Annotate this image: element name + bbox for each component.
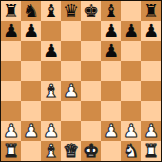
piece-white-bishop[interactable]: ♝ [43, 81, 59, 101]
piece-black-pawn[interactable]: ♟ [43, 41, 59, 61]
square-h2[interactable]: ♟ [141, 121, 161, 141]
square-e7[interactable] [81, 21, 101, 41]
square-c7[interactable] [41, 21, 61, 41]
square-e1[interactable]: ♚ [81, 141, 101, 161]
square-d8[interactable]: ♛ [61, 1, 81, 21]
square-h3[interactable] [141, 101, 161, 121]
square-h8[interactable]: ♜ [141, 1, 161, 21]
square-d1[interactable]: ♛ [61, 141, 81, 161]
square-e3[interactable] [81, 101, 101, 121]
square-c6[interactable]: ♟ [41, 41, 61, 61]
piece-black-pawn[interactable]: ♟ [123, 21, 139, 41]
square-b1[interactable] [21, 141, 41, 161]
piece-white-bishop[interactable]: ♝ [43, 141, 59, 161]
square-a5[interactable] [1, 61, 21, 81]
piece-black-pawn[interactable]: ♟ [143, 21, 159, 41]
square-c1[interactable]: ♝ [41, 141, 61, 161]
square-f5[interactable] [101, 61, 121, 81]
piece-black-pawn[interactable]: ♟ [103, 41, 119, 61]
square-a6[interactable] [1, 41, 21, 61]
square-e4[interactable] [81, 81, 101, 101]
square-h5[interactable] [141, 61, 161, 81]
square-f3[interactable] [101, 101, 121, 121]
square-g1[interactable]: ♞ [121, 141, 141, 161]
piece-white-pawn[interactable]: ♟ [43, 121, 59, 141]
square-a1[interactable]: ♜ [1, 141, 21, 161]
piece-white-pawn[interactable]: ♟ [143, 121, 159, 141]
square-e8[interactable]: ♚ [81, 1, 101, 21]
square-h7[interactable]: ♟ [141, 21, 161, 41]
square-h4[interactable] [141, 81, 161, 101]
piece-white-rook[interactable]: ♜ [3, 141, 19, 161]
square-c4[interactable]: ♝ [41, 81, 61, 101]
square-c2[interactable]: ♟ [41, 121, 61, 141]
square-d5[interactable] [61, 61, 81, 81]
square-d2[interactable] [61, 121, 81, 141]
square-f2[interactable]: ♟ [101, 121, 121, 141]
piece-black-pawn[interactable]: ♟ [23, 21, 39, 41]
square-h1[interactable]: ♜ [141, 141, 161, 161]
piece-white-king[interactable]: ♚ [83, 141, 99, 161]
square-c3[interactable] [41, 101, 61, 121]
square-b5[interactable] [21, 61, 41, 81]
square-g4[interactable] [121, 81, 141, 101]
piece-white-pawn[interactable]: ♟ [123, 121, 139, 141]
square-h6[interactable] [141, 41, 161, 61]
square-b6[interactable] [21, 41, 41, 61]
piece-white-pawn[interactable]: ♟ [23, 121, 39, 141]
piece-black-queen[interactable]: ♛ [63, 1, 79, 21]
chess-board-frame: ♜♞♝♛♚♝♜♟♟♟♟♟♟♟♝♟♟♟♟♟♟♟♜♝♛♚♞♜ [0, 0, 162, 162]
piece-black-rook[interactable]: ♜ [3, 1, 19, 21]
square-e2[interactable] [81, 121, 101, 141]
square-a8[interactable]: ♜ [1, 1, 21, 21]
square-e5[interactable] [81, 61, 101, 81]
square-e6[interactable] [81, 41, 101, 61]
square-g5[interactable] [121, 61, 141, 81]
square-f7[interactable]: ♟ [101, 21, 121, 41]
square-b7[interactable]: ♟ [21, 21, 41, 41]
square-b3[interactable] [21, 101, 41, 121]
square-g6[interactable] [121, 41, 141, 61]
square-c8[interactable]: ♝ [41, 1, 61, 21]
piece-black-king[interactable]: ♚ [83, 1, 99, 21]
square-a3[interactable] [1, 101, 21, 121]
piece-white-rook[interactable]: ♜ [143, 141, 159, 161]
square-d4[interactable]: ♟ [61, 81, 81, 101]
square-b4[interactable] [21, 81, 41, 101]
piece-white-pawn[interactable]: ♟ [103, 121, 119, 141]
piece-black-bishop[interactable]: ♝ [103, 1, 119, 21]
square-d6[interactable] [61, 41, 81, 61]
square-a4[interactable] [1, 81, 21, 101]
piece-black-pawn[interactable]: ♟ [3, 21, 19, 41]
square-f4[interactable] [101, 81, 121, 101]
piece-black-knight[interactable]: ♞ [23, 1, 39, 21]
square-b8[interactable]: ♞ [21, 1, 41, 21]
square-g3[interactable] [121, 101, 141, 121]
square-c5[interactable] [41, 61, 61, 81]
piece-white-pawn[interactable]: ♟ [63, 81, 79, 101]
piece-white-queen[interactable]: ♛ [63, 141, 79, 161]
square-g8[interactable] [121, 1, 141, 21]
square-d3[interactable] [61, 101, 81, 121]
piece-black-bishop[interactable]: ♝ [43, 1, 59, 21]
piece-black-pawn[interactable]: ♟ [103, 21, 119, 41]
square-f1[interactable] [101, 141, 121, 161]
square-d7[interactable] [61, 21, 81, 41]
piece-black-rook[interactable]: ♜ [143, 1, 159, 21]
square-b2[interactable]: ♟ [21, 121, 41, 141]
piece-white-pawn[interactable]: ♟ [3, 121, 19, 141]
square-f8[interactable]: ♝ [101, 1, 121, 21]
square-f6[interactable]: ♟ [101, 41, 121, 61]
square-a7[interactable]: ♟ [1, 21, 21, 41]
square-g7[interactable]: ♟ [121, 21, 141, 41]
chess-board: ♜♞♝♛♚♝♜♟♟♟♟♟♟♟♝♟♟♟♟♟♟♟♜♝♛♚♞♜ [1, 1, 161, 161]
square-a2[interactable]: ♟ [1, 121, 21, 141]
piece-white-knight[interactable]: ♞ [123, 141, 139, 161]
square-g2[interactable]: ♟ [121, 121, 141, 141]
